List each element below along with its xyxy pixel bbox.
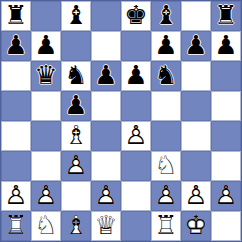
- white-bishop[interactable]: ♝♗: [64, 212, 87, 238]
- square-b2[interactable]: ♟♙: [31, 181, 61, 211]
- square-b4[interactable]: [31, 121, 61, 151]
- square-c6[interactable]: ♞: [61, 61, 91, 91]
- square-b7[interactable]: ♟: [31, 31, 61, 61]
- white-pawn-outline: ♙: [64, 151, 87, 180]
- square-a7[interactable]: ♟: [1, 31, 31, 61]
- square-f4[interactable]: [151, 121, 181, 151]
- black-pawn[interactable]: ♟: [154, 32, 177, 58]
- square-f2[interactable]: ♟♙: [151, 181, 181, 211]
- square-g5[interactable]: [181, 91, 211, 121]
- white-king[interactable]: ♚♔: [184, 212, 207, 238]
- white-queen[interactable]: ♛♕: [94, 212, 117, 238]
- white-pawn[interactable]: ♟♙: [4, 182, 27, 208]
- square-b1[interactable]: ♞♘: [31, 211, 61, 241]
- white-knight[interactable]: ♞♘: [34, 212, 57, 238]
- square-c4[interactable]: ♝♗: [61, 121, 91, 151]
- white-rook-outline: ♖: [154, 211, 177, 240]
- white-bishop-outline: ♗: [64, 121, 87, 150]
- white-pawn-outline: ♙: [4, 181, 27, 210]
- square-f8[interactable]: ♝: [151, 1, 181, 31]
- square-g1[interactable]: ♚♔: [181, 211, 211, 241]
- square-g6[interactable]: [181, 61, 211, 91]
- white-pawn[interactable]: ♟♙: [34, 182, 57, 208]
- black-pawn[interactable]: ♟: [4, 32, 27, 58]
- square-a1[interactable]: ♜♖: [1, 211, 31, 241]
- white-pawn[interactable]: ♟♙: [184, 182, 207, 208]
- black-bishop[interactable]: ♝: [154, 2, 177, 28]
- square-f3[interactable]: ♞♘: [151, 151, 181, 181]
- square-c7[interactable]: [61, 31, 91, 61]
- white-pawn[interactable]: ♟♙: [64, 152, 87, 178]
- square-h8[interactable]: ♜: [211, 1, 241, 31]
- square-h2[interactable]: ♟♙: [211, 181, 241, 211]
- black-rook[interactable]: ♜: [214, 2, 237, 28]
- square-h4[interactable]: [211, 121, 241, 151]
- square-g8[interactable]: [181, 1, 211, 31]
- square-e1[interactable]: [121, 211, 151, 241]
- black-pawn[interactable]: ♟: [124, 62, 147, 88]
- square-f5[interactable]: [151, 91, 181, 121]
- chess-board: ♜♝♚♝♜♟♟♟♟♟♛♞♟♟♞♟♝♗♟♙♟♙♞♘♟♙♟♙♟♙♟♙♟♙♟♙♜♖♞♘…: [0, 0, 242, 242]
- white-rook[interactable]: ♜♖: [154, 212, 177, 238]
- black-pawn[interactable]: ♟: [34, 32, 57, 58]
- white-king-outline: ♔: [184, 211, 207, 240]
- square-f6[interactable]: ♞: [151, 61, 181, 91]
- square-b6[interactable]: ♛: [31, 61, 61, 91]
- square-h3[interactable]: [211, 151, 241, 181]
- white-rook[interactable]: ♜♖: [4, 212, 27, 238]
- black-knight[interactable]: ♞: [154, 62, 177, 88]
- white-bishop-outline: ♗: [64, 211, 87, 240]
- square-d7[interactable]: [91, 31, 121, 61]
- square-b3[interactable]: [31, 151, 61, 181]
- square-d5[interactable]: [91, 91, 121, 121]
- black-pawn[interactable]: ♟: [184, 32, 207, 58]
- white-rook-outline: ♖: [4, 211, 27, 240]
- square-a3[interactable]: [1, 151, 31, 181]
- square-e8[interactable]: ♚: [121, 1, 151, 31]
- black-bishop[interactable]: ♝: [64, 2, 87, 28]
- square-b8[interactable]: [31, 1, 61, 31]
- square-h5[interactable]: [211, 91, 241, 121]
- square-h6[interactable]: [211, 61, 241, 91]
- square-h1[interactable]: [211, 211, 241, 241]
- square-c1[interactable]: ♝♗: [61, 211, 91, 241]
- square-d2[interactable]: ♟♙: [91, 181, 121, 211]
- square-d4[interactable]: [91, 121, 121, 151]
- white-knight[interactable]: ♞♘: [154, 152, 177, 178]
- black-pawn[interactable]: ♟: [64, 92, 87, 118]
- black-king[interactable]: ♚: [124, 2, 147, 28]
- square-g3[interactable]: [181, 151, 211, 181]
- white-pawn-outline: ♙: [214, 181, 237, 210]
- black-queen[interactable]: ♛: [34, 62, 57, 88]
- square-d8[interactable]: [91, 1, 121, 31]
- square-a6[interactable]: [1, 61, 31, 91]
- square-a5[interactable]: [1, 91, 31, 121]
- square-d1[interactable]: ♛♕: [91, 211, 121, 241]
- white-knight-outline: ♘: [154, 151, 177, 180]
- white-pawn[interactable]: ♟♙: [154, 182, 177, 208]
- white-knight-outline: ♘: [34, 211, 57, 240]
- white-pawn-outline: ♙: [34, 181, 57, 210]
- square-c3[interactable]: ♟♙: [61, 151, 91, 181]
- white-queen-outline: ♕: [94, 211, 117, 240]
- square-c2[interactable]: [61, 181, 91, 211]
- square-e3[interactable]: [121, 151, 151, 181]
- square-f1[interactable]: ♜♖: [151, 211, 181, 241]
- square-b5[interactable]: [31, 91, 61, 121]
- white-pawn[interactable]: ♟♙: [124, 122, 147, 148]
- square-d6[interactable]: ♟: [91, 61, 121, 91]
- white-pawn-outline: ♙: [124, 121, 147, 150]
- black-pawn[interactable]: ♟: [214, 32, 237, 58]
- white-pawn-outline: ♙: [184, 181, 207, 210]
- square-a2[interactable]: ♟♙: [1, 181, 31, 211]
- black-pawn[interactable]: ♟: [94, 62, 117, 88]
- white-pawn-outline: ♙: [154, 181, 177, 210]
- square-e5[interactable]: [121, 91, 151, 121]
- square-f7[interactable]: ♟: [151, 31, 181, 61]
- square-e4[interactable]: ♟♙: [121, 121, 151, 151]
- square-h7[interactable]: ♟: [211, 31, 241, 61]
- square-a8[interactable]: ♜: [1, 1, 31, 31]
- black-rook[interactable]: ♜: [4, 2, 27, 28]
- square-e2[interactable]: [121, 181, 151, 211]
- square-c8[interactable]: ♝: [61, 1, 91, 31]
- square-e7[interactable]: [121, 31, 151, 61]
- black-knight[interactable]: ♞: [64, 62, 87, 88]
- square-g2[interactable]: ♟♙: [181, 181, 211, 211]
- square-c5[interactable]: ♟: [61, 91, 91, 121]
- square-g4[interactable]: [181, 121, 211, 151]
- square-e6[interactable]: ♟: [121, 61, 151, 91]
- square-g7[interactable]: ♟: [181, 31, 211, 61]
- white-pawn[interactable]: ♟♙: [94, 182, 117, 208]
- square-d3[interactable]: [91, 151, 121, 181]
- white-pawn-outline: ♙: [94, 181, 117, 210]
- white-pawn[interactable]: ♟♙: [214, 182, 237, 208]
- white-bishop[interactable]: ♝♗: [64, 122, 87, 148]
- square-a4[interactable]: [1, 121, 31, 151]
